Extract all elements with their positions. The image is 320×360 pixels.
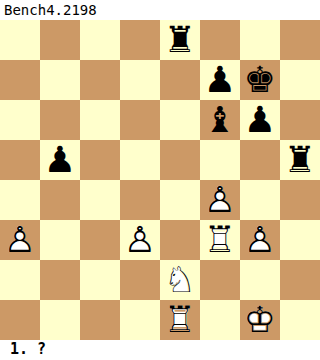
square-e5[interactable]: [160, 140, 200, 180]
square-g2[interactable]: [240, 260, 280, 300]
square-e6[interactable]: [160, 100, 200, 140]
square-b7[interactable]: [40, 60, 80, 100]
piece-white-rook: ♖: [160, 300, 200, 340]
square-g8[interactable]: [240, 20, 280, 60]
position-title: Bench4.2198: [4, 2, 97, 18]
square-d5[interactable]: [120, 140, 160, 180]
square-d8[interactable]: [120, 20, 160, 60]
square-c6[interactable]: [80, 100, 120, 140]
square-f4[interactable]: ♟♙: [200, 180, 240, 220]
square-h5[interactable]: ♜: [280, 140, 320, 180]
square-d4[interactable]: [120, 180, 160, 220]
chess-board: ♜♟♚♝♟♟♜♟♙♟♙♟♙♜♖♟♙♞♘♜♖♚♔: [0, 20, 320, 340]
square-a1[interactable]: [0, 300, 40, 340]
piece-white-pawn: ♙: [0, 220, 40, 260]
square-d1[interactable]: [120, 300, 160, 340]
piece-black-king: ♚: [240, 60, 280, 100]
move-prompt: 1. ?: [10, 340, 46, 358]
piece-black-pawn: ♟: [200, 60, 240, 100]
square-e4[interactable]: [160, 180, 200, 220]
chess-program-window: Bench4.2198 ♜♟♚♝♟♟♜♟♙♟♙♟♙♜♖♟♙♞♘♜♖♚♔ 1. ?: [0, 0, 320, 360]
piece-black-pawn: ♟: [240, 100, 280, 140]
square-f1[interactable]: [200, 300, 240, 340]
square-d6[interactable]: [120, 100, 160, 140]
piece-black-rook: ♜: [280, 140, 320, 180]
piece-black-bishop: ♝: [200, 100, 240, 140]
square-c8[interactable]: [80, 20, 120, 60]
square-g1[interactable]: ♚♔: [240, 300, 280, 340]
square-f3[interactable]: ♜♖: [200, 220, 240, 260]
square-a8[interactable]: [0, 20, 40, 60]
square-h6[interactable]: [280, 100, 320, 140]
square-b3[interactable]: [40, 220, 80, 260]
square-c5[interactable]: [80, 140, 120, 180]
square-a2[interactable]: [0, 260, 40, 300]
square-g3[interactable]: ♟♙: [240, 220, 280, 260]
piece-black-rook: ♜: [160, 20, 200, 60]
square-b5[interactable]: ♟: [40, 140, 80, 180]
square-f6[interactable]: ♝: [200, 100, 240, 140]
square-b1[interactable]: [40, 300, 80, 340]
square-h8[interactable]: [280, 20, 320, 60]
piece-white-rook: ♖: [200, 220, 240, 260]
piece-white-pawn: ♙: [120, 220, 160, 260]
square-c1[interactable]: [80, 300, 120, 340]
square-f7[interactable]: ♟: [200, 60, 240, 100]
square-b8[interactable]: [40, 20, 80, 60]
square-a5[interactable]: [0, 140, 40, 180]
status-bar: 1. ?: [0, 340, 320, 360]
square-a7[interactable]: [0, 60, 40, 100]
square-c4[interactable]: [80, 180, 120, 220]
square-d7[interactable]: [120, 60, 160, 100]
square-f2[interactable]: [200, 260, 240, 300]
square-e7[interactable]: [160, 60, 200, 100]
piece-white-king: ♔: [240, 300, 280, 340]
square-e1[interactable]: ♜♖: [160, 300, 200, 340]
square-g7[interactable]: ♚: [240, 60, 280, 100]
title-bar: Bench4.2198: [0, 0, 320, 20]
square-h1[interactable]: [280, 300, 320, 340]
square-f8[interactable]: [200, 20, 240, 60]
piece-white-knight: ♘: [160, 260, 200, 300]
square-b4[interactable]: [40, 180, 80, 220]
square-h4[interactable]: [280, 180, 320, 220]
square-g5[interactable]: [240, 140, 280, 180]
square-h3[interactable]: [280, 220, 320, 260]
piece-black-pawn: ♟: [40, 140, 80, 180]
square-f5[interactable]: [200, 140, 240, 180]
square-g6[interactable]: ♟: [240, 100, 280, 140]
square-h7[interactable]: [280, 60, 320, 100]
square-a6[interactable]: [0, 100, 40, 140]
square-e2[interactable]: ♞♘: [160, 260, 200, 300]
square-c3[interactable]: [80, 220, 120, 260]
square-d3[interactable]: ♟♙: [120, 220, 160, 260]
square-g4[interactable]: [240, 180, 280, 220]
square-a3[interactable]: ♟♙: [0, 220, 40, 260]
square-a4[interactable]: [0, 180, 40, 220]
square-e3[interactable]: [160, 220, 200, 260]
square-d2[interactable]: [120, 260, 160, 300]
square-c2[interactable]: [80, 260, 120, 300]
piece-white-pawn: ♙: [200, 180, 240, 220]
square-c7[interactable]: [80, 60, 120, 100]
square-b6[interactable]: [40, 100, 80, 140]
square-e8[interactable]: ♜: [160, 20, 200, 60]
square-h2[interactable]: [280, 260, 320, 300]
piece-white-pawn: ♙: [240, 220, 280, 260]
square-b2[interactable]: [40, 260, 80, 300]
